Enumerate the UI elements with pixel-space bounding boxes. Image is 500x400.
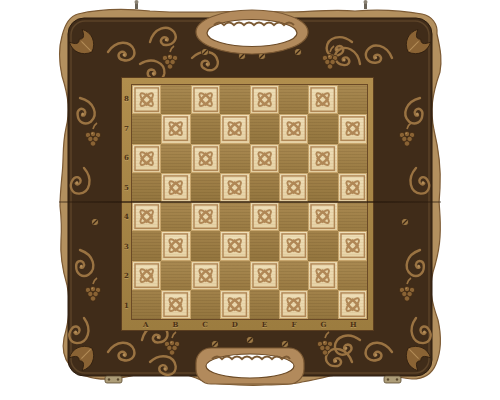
square-f3[interactable] (279, 231, 308, 260)
knot-carving-icon (220, 231, 249, 260)
knot-carving-icon (132, 202, 161, 231)
knot-carving-icon (279, 231, 308, 260)
file-label-g: G (309, 319, 339, 330)
square-g3[interactable] (308, 231, 337, 260)
square-b2[interactable] (161, 261, 190, 290)
square-e6[interactable] (250, 144, 279, 173)
knot-carving-icon (308, 261, 337, 290)
knot-carving-icon (132, 261, 161, 290)
knot-carving-icon (338, 231, 367, 260)
square-f5[interactable] (279, 173, 308, 202)
file-label-a: A (131, 319, 161, 330)
knot-carving-icon (338, 173, 367, 202)
knot-carving-icon (132, 85, 161, 114)
square-e8[interactable] (250, 85, 279, 114)
square-e3[interactable] (250, 231, 279, 260)
square-c1[interactable] (191, 290, 220, 319)
square-h4[interactable] (338, 202, 367, 231)
square-c6[interactable] (191, 144, 220, 173)
knot-carving-icon (279, 114, 308, 143)
top-pin-left-icon (135, 0, 139, 9)
square-g6[interactable] (308, 144, 337, 173)
file-label-d: D (220, 319, 250, 330)
square-f2[interactable] (279, 261, 308, 290)
top-handle (196, 10, 308, 54)
square-c8[interactable] (191, 85, 220, 114)
knot-carving-icon (279, 173, 308, 202)
rank-label-4: 4 (122, 202, 131, 232)
square-d3[interactable] (220, 231, 249, 260)
square-b8[interactable] (161, 85, 190, 114)
knot-carving-icon (338, 114, 367, 143)
rank-label-2: 2 (122, 261, 131, 291)
square-d6[interactable] (220, 144, 249, 173)
square-f7[interactable] (279, 114, 308, 143)
knot-carving-icon (132, 144, 161, 173)
knot-carving-icon (308, 202, 337, 231)
knot-carving-icon (308, 144, 337, 173)
square-g7[interactable] (308, 114, 337, 143)
square-a2[interactable] (132, 261, 161, 290)
square-c7[interactable] (191, 114, 220, 143)
square-b1[interactable] (161, 290, 190, 319)
knot-carving-icon (191, 144, 220, 173)
knot-carving-icon (250, 85, 279, 114)
square-h5[interactable] (338, 173, 367, 202)
rank-label-1: 1 (122, 291, 131, 321)
square-b4[interactable] (161, 202, 190, 231)
square-c5[interactable] (191, 173, 220, 202)
knot-carving-icon (161, 231, 190, 260)
knot-carving-icon (161, 173, 190, 202)
rank-label-3: 3 (122, 232, 131, 262)
top-pin-right-icon (364, 0, 368, 9)
square-d8[interactable] (220, 85, 249, 114)
square-a1[interactable] (132, 290, 161, 319)
square-f4[interactable] (279, 202, 308, 231)
knot-carving-icon (161, 114, 190, 143)
square-b7[interactable] (161, 114, 190, 143)
chess-board-panel: 87654321 ABCDEFGH (121, 77, 374, 331)
square-h8[interactable] (338, 85, 367, 114)
square-a6[interactable] (132, 144, 161, 173)
hinge-seam (59, 201, 441, 203)
square-f8[interactable] (279, 85, 308, 114)
knot-carving-icon (308, 85, 337, 114)
square-e7[interactable] (250, 114, 279, 143)
rank-label-6: 6 (122, 143, 131, 173)
square-e1[interactable] (250, 290, 279, 319)
rank-label-7: 7 (122, 114, 131, 144)
square-f6[interactable] (279, 144, 308, 173)
square-d7[interactable] (220, 114, 249, 143)
square-d4[interactable] (220, 202, 249, 231)
knot-carving-icon (191, 261, 220, 290)
bottom-clasp-right-icon (384, 376, 401, 383)
square-b3[interactable] (161, 231, 190, 260)
file-label-b: B (161, 319, 191, 330)
knot-carving-icon (161, 290, 190, 319)
square-a4[interactable] (132, 202, 161, 231)
square-a5[interactable] (132, 173, 161, 202)
square-e2[interactable] (250, 261, 279, 290)
file-label-f: F (279, 319, 309, 330)
square-d2[interactable] (220, 261, 249, 290)
square-h3[interactable] (338, 231, 367, 260)
square-g5[interactable] (308, 173, 337, 202)
square-b5[interactable] (161, 173, 190, 202)
square-c2[interactable] (191, 261, 220, 290)
knot-carving-icon (191, 202, 220, 231)
square-a3[interactable] (132, 231, 161, 260)
knot-carving-icon (250, 144, 279, 173)
square-e4[interactable] (250, 202, 279, 231)
square-h6[interactable] (338, 144, 367, 173)
bottom-handle (196, 348, 304, 384)
square-h2[interactable] (338, 261, 367, 290)
file-label-e: E (250, 319, 280, 330)
file-label-h: H (338, 319, 368, 330)
knot-carving-icon (250, 202, 279, 231)
square-c3[interactable] (191, 231, 220, 260)
square-a8[interactable] (132, 85, 161, 114)
square-h1[interactable] (338, 290, 367, 319)
square-b6[interactable] (161, 144, 190, 173)
square-c4[interactable] (191, 202, 220, 231)
bottom-clasp-left-icon (105, 376, 122, 383)
square-g8[interactable] (308, 85, 337, 114)
square-e5[interactable] (250, 173, 279, 202)
square-a7[interactable] (132, 114, 161, 143)
rank-label-5: 5 (122, 173, 131, 203)
knot-carving-icon (191, 85, 220, 114)
rank-label-8: 8 (122, 84, 131, 114)
square-h7[interactable] (338, 114, 367, 143)
knot-carving-icon (220, 173, 249, 202)
knot-carving-icon (279, 290, 308, 319)
file-labels: ABCDEFGH (131, 319, 368, 330)
square-g4[interactable] (308, 202, 337, 231)
square-g2[interactable] (308, 261, 337, 290)
square-d5[interactable] (220, 173, 249, 202)
knot-carving-icon (338, 290, 367, 319)
knot-carving-icon (220, 290, 249, 319)
file-label-c: C (190, 319, 220, 330)
square-g1[interactable] (308, 290, 337, 319)
square-f1[interactable] (279, 290, 308, 319)
knot-carving-icon (220, 114, 249, 143)
square-d1[interactable] (220, 290, 249, 319)
knot-carving-icon (250, 261, 279, 290)
